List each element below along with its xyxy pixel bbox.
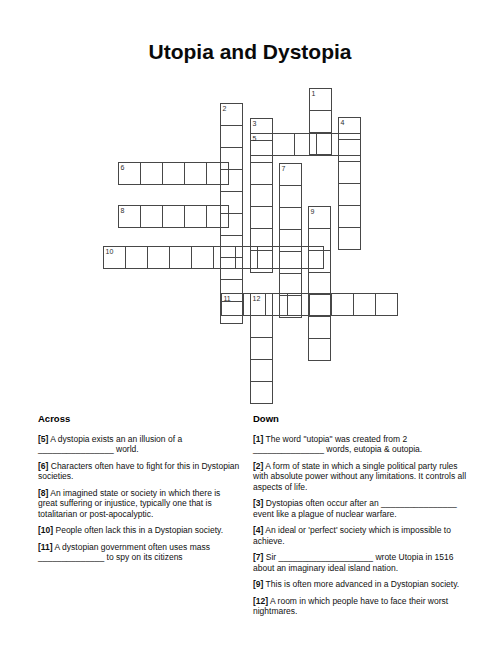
clue-5-across-number: [5] [38, 434, 48, 444]
clues-across-list: [5] A dystopia exists an an illusion of … [38, 434, 242, 563]
clue-8-across: [8] An imagined state or society in whic… [38, 488, 242, 520]
clue-6-across: [6] Characters often have to fight for t… [38, 461, 242, 482]
cell-word-3-down-4 [250, 206, 273, 229]
clues-down-list: [1] The word "utopia" was created from 2… [253, 434, 471, 617]
cell-word-6-across-0: 6 [118, 162, 141, 185]
cell-word-10-across-0: 10 [103, 246, 126, 269]
crossword-board: 123456789101112 [0, 0, 500, 420]
cell-word-9-down-6 [308, 338, 331, 361]
cell-word-12-down-4 [250, 381, 273, 404]
clue-number-1: 1 [312, 90, 316, 98]
clue-number-7: 7 [282, 165, 286, 173]
clue-number-3: 3 [253, 120, 257, 128]
cell-word-8-across-2 [162, 205, 185, 228]
clue-2-down: [2] A form of state in which a single po… [253, 461, 471, 493]
cell-word-11-across-7 [375, 293, 398, 316]
cell-word-10-across-2 [147, 246, 170, 269]
cell-word-2-down-1 [220, 125, 243, 148]
cell-word-11-across-5 [331, 293, 354, 316]
cell-word-11-across-3 [287, 293, 310, 316]
clue-number-10: 10 [106, 248, 114, 256]
cell-word-5-across-0: 5 [250, 133, 273, 156]
cell-word-3-down-2 [250, 162, 273, 185]
clue-9-down-number: [9] [253, 579, 263, 589]
clue-number-5: 5 [253, 135, 257, 143]
clue-7-down: [7] Sir ____________________ wrote Utopi… [253, 552, 471, 573]
cell-word-10-across-7 [257, 246, 280, 269]
cell-word-8-across-3 [184, 205, 207, 228]
clues-across-header: Across [38, 414, 242, 425]
cell-word-12-down-1 [250, 315, 273, 338]
clue-4-down-number: [4] [253, 525, 263, 535]
clue-10-across: [10] People often lack this in a Dystopi… [38, 525, 242, 536]
clue-7-down-number: [7] [253, 552, 263, 562]
cell-word-3-down-3 [250, 184, 273, 207]
cell-word-10-across-3 [169, 246, 192, 269]
clue-number-4: 4 [341, 119, 345, 127]
clues-across-section: Across [5] A dystopia exists an an illus… [38, 414, 242, 569]
clue-11-across-number: [11] [38, 542, 53, 552]
cell-word-6-across-4 [206, 162, 229, 185]
cell-word-4-down-4 [338, 205, 361, 228]
cell-word-1-down-1 [309, 110, 332, 133]
clue-11-across: [11] A dystopian government often uses m… [38, 542, 242, 563]
clue-number-2: 2 [223, 105, 227, 113]
cell-word-9-down-3 [308, 272, 331, 295]
clue-1-down-number: [1] [253, 434, 263, 444]
cell-word-5-across-1 [272, 133, 295, 156]
cell-word-12-down-0: 12 [250, 293, 273, 316]
clue-2-down-number: [2] [253, 461, 263, 471]
cell-word-8-across-0: 8 [118, 205, 141, 228]
cell-word-10-across-4 [191, 246, 214, 269]
cell-word-1-down-0: 1 [309, 88, 332, 111]
clue-12-down-number: [12] [253, 596, 268, 606]
cell-word-10-across-6 [235, 246, 258, 269]
cell-word-12-down-2 [250, 337, 273, 360]
clue-5-across: [5] A dystopia exists an an illusion of … [38, 434, 242, 455]
clue-3-down-number: [3] [253, 498, 263, 508]
cell-word-7-down-2 [279, 207, 302, 230]
clue-4-down: [4] An ideal or 'perfect' society which … [253, 525, 471, 546]
page-root: { "title": "Utopia and Dystopia", "game"… [0, 0, 500, 647]
cell-word-5-across-4 [338, 133, 361, 156]
cell-word-6-across-1 [140, 162, 163, 185]
clue-1-down: [1] The word "utopia" was created from 2… [253, 434, 471, 455]
cell-word-10-across-5 [213, 246, 236, 269]
clues-down-header: Down [253, 414, 471, 425]
clue-3-down: [3] Dystopias often occur after an _____… [253, 498, 471, 519]
cell-word-4-down-3 [338, 183, 361, 206]
clue-12-down: [12] A room in which people have to face… [253, 596, 471, 617]
cell-word-11-across-0: 11 [221, 293, 244, 316]
cell-word-12-down-3 [250, 359, 273, 382]
clue-number-11: 11 [224, 295, 231, 303]
cell-word-6-across-3 [184, 162, 207, 185]
cell-word-11-across-6 [353, 293, 376, 316]
clues-down-section: Down [1] The word "utopia" was created f… [253, 414, 471, 623]
cell-word-10-across-8 [279, 246, 302, 269]
clue-number-6: 6 [121, 164, 125, 172]
cell-word-10-across-1 [125, 246, 148, 269]
cell-word-7-down-0: 7 [279, 163, 302, 186]
cell-word-7-down-1 [279, 185, 302, 208]
cell-word-4-down-5 [338, 227, 361, 250]
clue-number-9: 9 [311, 208, 315, 216]
cell-word-5-across-2 [294, 133, 317, 156]
cell-word-4-down-2 [338, 161, 361, 184]
cell-word-9-down-0: 9 [308, 206, 331, 229]
cell-word-5-across-3 [316, 133, 339, 156]
clue-number-12: 12 [253, 295, 261, 303]
clue-6-across-number: [6] [38, 461, 48, 471]
cell-word-9-down-5 [308, 316, 331, 339]
clue-8-across-number: [8] [38, 488, 48, 498]
cell-word-6-across-2 [162, 162, 185, 185]
clue-10-across-number: [10] [38, 525, 53, 535]
cell-word-2-down-0: 2 [220, 103, 243, 126]
cell-word-8-across-1 [140, 205, 163, 228]
clue-9-down: [9] This is often more advanced in a Dys… [253, 579, 471, 590]
cell-word-11-across-4 [309, 293, 332, 316]
clue-number-8: 8 [121, 207, 125, 215]
cell-word-10-across-9 [301, 246, 324, 269]
cell-word-8-across-4 [206, 205, 229, 228]
